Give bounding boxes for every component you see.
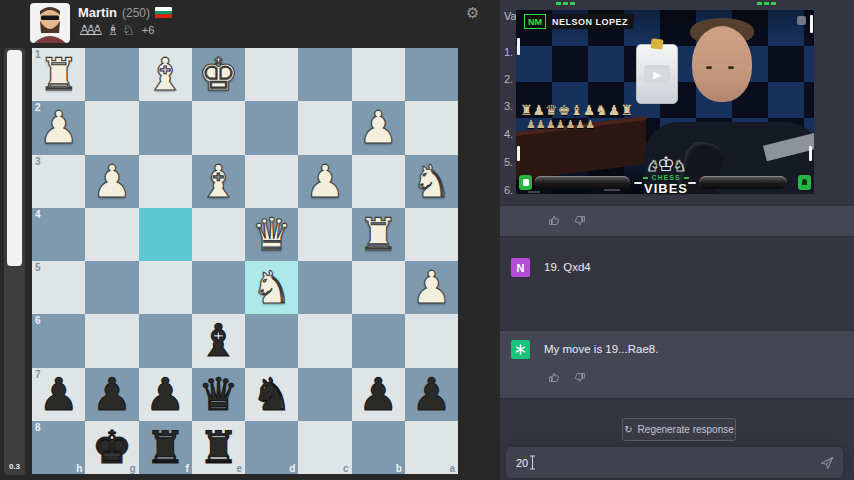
square-d4[interactable]: ♛ (245, 208, 298, 261)
lower-third-right-pill (699, 176, 787, 189)
white-pawn: ♟ (352, 101, 405, 154)
square-a3[interactable]: ♞ (405, 155, 458, 208)
overlay-tick (517, 146, 520, 161)
rank-label-5: 5 (35, 262, 41, 273)
chess-vibes-logo: ♞ ♔ ♞ CHESS VIBES (638, 146, 694, 200)
square-e7[interactable]: ♛ (192, 368, 245, 421)
square-a7[interactable]: ♟ (405, 368, 458, 421)
square-f1[interactable]: ♝ (139, 48, 192, 101)
captured-bishop-icon: ♗ (107, 22, 120, 38)
overlay-tick (810, 15, 813, 33)
openai-asterisk-icon (515, 344, 526, 355)
opponent-name: Martin (78, 5, 117, 20)
black-pawn: ♟ (85, 368, 138, 421)
chat-input-field[interactable]: 20 (506, 447, 843, 478)
video-chess-pieces-row2: ♟♟♟♟♟♟♟ (526, 118, 595, 131)
square-e2[interactable] (192, 101, 245, 154)
rank-label-6: 6 (35, 315, 41, 326)
square-h2[interactable]: 2♟ (32, 101, 85, 154)
logo-dash (684, 177, 689, 179)
square-f4[interactable] (139, 208, 192, 261)
logo-dash (643, 177, 648, 179)
green-marker-dashes (556, 2, 575, 5)
list-number-1: 1. (504, 46, 513, 58)
file-label-c: c (343, 463, 349, 474)
white-pawn: ♟ (405, 261, 458, 314)
square-c5[interactable] (298, 261, 351, 314)
square-a5[interactable]: ♟ (405, 261, 458, 314)
text-cursor (529, 455, 536, 470)
square-g3[interactable]: ♟ (85, 155, 138, 208)
square-a1[interactable] (405, 48, 458, 101)
list-number-6: 6. (504, 184, 513, 196)
white-knight: ♞ (245, 261, 298, 314)
square-h5[interactable]: 5 (32, 261, 85, 314)
white-pawn: ♟ (298, 155, 351, 208)
square-c1[interactable] (298, 48, 351, 101)
square-b5[interactable] (352, 261, 405, 314)
white-pawn: ♟ (32, 101, 85, 154)
square-g4[interactable] (85, 208, 138, 261)
opponent-avatar[interactable] (30, 3, 70, 43)
square-h3[interactable]: 3 (32, 155, 85, 208)
user-message-text: 19. Qxd4 (544, 261, 591, 273)
streamer-eye (728, 66, 734, 69)
white-knight: ♞ (405, 155, 458, 208)
assistant-message-band-previous (500, 205, 854, 237)
square-d7[interactable]: ♞ (245, 368, 298, 421)
square-d3[interactable] (245, 155, 298, 208)
youtube-play-icon: ▶ (644, 65, 670, 83)
black-pawn: ♟ (32, 368, 85, 421)
motion-artifact (604, 189, 620, 191)
captured-pieces: ♙♙♙ ♗ ♘ +6 (78, 22, 154, 38)
square-d1[interactable] (245, 48, 298, 101)
square-g1[interactable] (85, 48, 138, 101)
square-d5[interactable]: ♞ (245, 261, 298, 314)
send-icon[interactable] (820, 456, 834, 470)
white-pawn: ♟ (85, 155, 138, 208)
square-b1[interactable] (352, 48, 405, 101)
white-rook: ♜ (352, 208, 405, 261)
martin-bot-avatar-image (30, 3, 70, 43)
square-f3[interactable] (139, 155, 192, 208)
plaque-gold-detail (650, 38, 663, 50)
square-g8[interactable]: g♚ (85, 421, 138, 474)
streamer-name-badge: NM NELSON LOPEZ (524, 14, 634, 29)
black-bishop: ♝ (192, 314, 245, 367)
square-c4[interactable] (298, 208, 351, 261)
square-e1[interactable]: ♚ (192, 48, 245, 101)
opponent-rating: (250) (122, 6, 150, 20)
streamer-eye (706, 66, 712, 69)
file-label-d: d (289, 463, 295, 474)
white-queen: ♛ (245, 208, 298, 261)
white-king: ♚ (192, 48, 245, 101)
square-b7[interactable]: ♟ (352, 368, 405, 421)
assistant-message-text: My move is 19...Rae8. (544, 343, 658, 355)
subscribe-bell-icon (798, 175, 811, 190)
square-f5[interactable] (139, 261, 192, 314)
streamer-face (692, 26, 752, 102)
square-e3[interactable]: ♝ (192, 155, 245, 208)
logo-vibes-text: VIBES (638, 182, 694, 196)
square-d6[interactable] (245, 314, 298, 367)
bulgaria-flag-icon (155, 7, 172, 18)
black-rook: ♜ (139, 421, 192, 474)
square-a8[interactable]: a (405, 421, 458, 474)
square-c8[interactable]: c (298, 421, 351, 474)
square-a2[interactable] (405, 101, 458, 154)
list-number-2: 2. (504, 73, 513, 85)
evaluation-bar: 0.3 (4, 48, 25, 475)
black-rook: ♜ (192, 421, 245, 474)
black-knight: ♞ (245, 368, 298, 421)
square-g6[interactable] (85, 314, 138, 367)
white-bishop: ♝ (139, 48, 192, 101)
square-d2[interactable] (245, 101, 298, 154)
chat-input-value: 20 (516, 457, 528, 469)
overlay-tick (517, 38, 520, 55)
rank-label-8: 8 (35, 422, 41, 433)
assistant-message-band: My move is 19...Rae8. (500, 330, 854, 399)
regenerate-response-button[interactable]: ↻ Regenerate response (622, 418, 736, 441)
square-h4[interactable]: 4 (32, 208, 85, 261)
settings-gear-icon[interactable]: ⚙ (466, 4, 479, 22)
thumbs-up-icon[interactable] (548, 214, 561, 227)
square-f6[interactable] (139, 314, 192, 367)
screen: Va 1. 2. 3. 4. 5. 6. N 19. Qxd4 (0, 0, 854, 480)
square-c7[interactable] (298, 368, 351, 421)
square-h1[interactable]: 1♜ (32, 48, 85, 101)
video-chess-pieces: ♜♟♛♚♝♟♞♟♜ (520, 102, 633, 118)
video-corner-icon (797, 16, 806, 25)
like-badge-icon (519, 175, 532, 190)
square-b4[interactable]: ♜ (352, 208, 405, 261)
list-number-5: 5. (504, 156, 513, 168)
overlay-tick (809, 146, 812, 161)
material-advantage: +6 (142, 23, 155, 38)
logo-knight-icon: ♞ (646, 159, 659, 174)
list-number-4: 4. (504, 128, 513, 140)
motion-artifact (528, 191, 540, 193)
thumbs-up-icon[interactable] (548, 371, 561, 384)
square-c3[interactable]: ♟ (298, 155, 351, 208)
black-pawn: ♟ (352, 368, 405, 421)
square-g2[interactable] (85, 101, 138, 154)
green-marker-dashes (757, 2, 776, 5)
eval-white-portion (7, 50, 22, 266)
chess-board: 1♜♝♚2♟♟3♟♝♟♞4♛♜5♞♟6♝7♟♟♟♛♞♟♟8hg♚f♜e♜dcba (32, 48, 458, 474)
square-e6[interactable]: ♝ (192, 314, 245, 367)
square-b2[interactable]: ♟ (352, 101, 405, 154)
captured-knight-icon: ♘ (122, 22, 135, 38)
square-c6[interactable] (298, 314, 351, 367)
captured-pawns-icon: ♙♙♙ (78, 22, 104, 38)
thumbs-down-icon[interactable] (573, 214, 586, 227)
square-h6[interactable]: 6 (32, 314, 85, 367)
square-b3[interactable] (352, 155, 405, 208)
white-rook: ♜ (32, 48, 85, 101)
square-h7[interactable]: 7♟ (32, 368, 85, 421)
square-a4[interactable] (405, 208, 458, 261)
refresh-icon: ↻ (624, 424, 632, 435)
lower-third-left-pill (534, 176, 630, 189)
chat-heading-partial: Va (504, 10, 517, 22)
streamer-name: NELSON LOPEZ (546, 14, 634, 29)
square-c2[interactable] (298, 101, 351, 154)
rank-label-4: 4 (35, 209, 41, 220)
black-king: ♚ (85, 421, 138, 474)
white-bishop: ♝ (192, 155, 245, 208)
regenerate-label: Regenerate response (638, 424, 734, 435)
square-d8[interactable]: d (245, 421, 298, 474)
square-h8[interactable]: 8h (32, 421, 85, 474)
square-g7[interactable]: ♟ (85, 368, 138, 421)
rank-label-3: 3 (35, 156, 41, 167)
assistant-avatar (511, 340, 530, 359)
square-g5[interactable] (85, 261, 138, 314)
square-f2[interactable] (139, 101, 192, 154)
nm-title-badge: NM (524, 14, 546, 29)
square-f8[interactable]: f♜ (139, 421, 192, 474)
square-e8[interactable]: e♜ (192, 421, 245, 474)
square-b6[interactable] (352, 314, 405, 367)
logo-knight-icon: ♞ (673, 159, 686, 174)
file-label-a: a (449, 463, 455, 474)
list-number-3: 3. (504, 100, 513, 112)
black-queen: ♛ (192, 368, 245, 421)
eval-score: 0.3 (4, 462, 25, 471)
square-b8[interactable]: b (352, 421, 405, 474)
youtube-play-button-plaque: ▶ (636, 44, 678, 104)
file-label-b: b (396, 463, 402, 474)
user-avatar: N (511, 258, 530, 277)
square-f7[interactable]: ♟ (139, 368, 192, 421)
black-pawn: ♟ (405, 368, 458, 421)
square-e5[interactable] (192, 261, 245, 314)
square-e4[interactable] (192, 208, 245, 261)
square-a6[interactable] (405, 314, 458, 367)
black-pawn: ♟ (139, 368, 192, 421)
file-label-h: h (76, 463, 82, 474)
opponent-info: Martin (250) (78, 5, 172, 20)
thumbs-down-icon[interactable] (573, 371, 586, 384)
